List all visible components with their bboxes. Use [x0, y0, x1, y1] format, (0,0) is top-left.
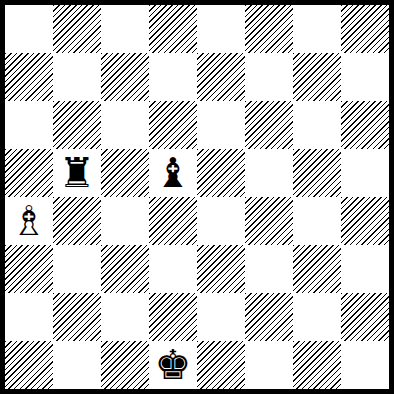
chess-board-frame: ♜♝♗♚ [0, 0, 394, 394]
square-f5[interactable] [245, 149, 293, 197]
square-a1[interactable] [5, 341, 53, 389]
square-h4[interactable] [341, 197, 389, 245]
square-d3[interactable] [149, 245, 197, 293]
piece-black-bishop[interactable]: ♝ [155, 149, 192, 197]
square-g4[interactable] [293, 197, 341, 245]
square-g3[interactable] [293, 245, 341, 293]
square-b4[interactable] [53, 197, 101, 245]
square-h7[interactable] [341, 53, 389, 101]
square-f7[interactable] [245, 53, 293, 101]
square-h6[interactable] [341, 101, 389, 149]
square-a4[interactable]: ♗ [5, 197, 53, 245]
square-e1[interactable] [197, 341, 245, 389]
square-f2[interactable] [245, 293, 293, 341]
square-d5[interactable]: ♝ [149, 149, 197, 197]
square-f3[interactable] [245, 245, 293, 293]
square-c5[interactable] [101, 149, 149, 197]
square-d8[interactable] [149, 5, 197, 53]
piece-black-king[interactable]: ♚ [155, 341, 192, 389]
square-g2[interactable] [293, 293, 341, 341]
square-g8[interactable] [293, 5, 341, 53]
square-b3[interactable] [53, 245, 101, 293]
square-d7[interactable] [149, 53, 197, 101]
square-d2[interactable] [149, 293, 197, 341]
chess-board: ♜♝♗♚ [5, 5, 389, 389]
square-g7[interactable] [293, 53, 341, 101]
square-e2[interactable] [197, 293, 245, 341]
square-g6[interactable] [293, 101, 341, 149]
square-c7[interactable] [101, 53, 149, 101]
square-a8[interactable] [5, 5, 53, 53]
square-e3[interactable] [197, 245, 245, 293]
square-b2[interactable] [53, 293, 101, 341]
square-c8[interactable] [101, 5, 149, 53]
square-a2[interactable] [5, 293, 53, 341]
square-g5[interactable] [293, 149, 341, 197]
square-b5[interactable]: ♜ [53, 149, 101, 197]
square-f6[interactable] [245, 101, 293, 149]
square-c3[interactable] [101, 245, 149, 293]
square-e7[interactable] [197, 53, 245, 101]
piece-black-rook[interactable]: ♜ [59, 149, 96, 197]
square-c6[interactable] [101, 101, 149, 149]
square-f1[interactable] [245, 341, 293, 389]
square-b8[interactable] [53, 5, 101, 53]
square-g1[interactable] [293, 341, 341, 389]
square-h3[interactable] [341, 245, 389, 293]
square-c1[interactable] [101, 341, 149, 389]
square-h5[interactable] [341, 149, 389, 197]
square-c2[interactable] [101, 293, 149, 341]
square-f4[interactable] [245, 197, 293, 245]
piece-white-bishop[interactable]: ♗ [11, 197, 48, 245]
square-a7[interactable] [5, 53, 53, 101]
square-b1[interactable] [53, 341, 101, 389]
square-e6[interactable] [197, 101, 245, 149]
square-b6[interactable] [53, 101, 101, 149]
square-h1[interactable] [341, 341, 389, 389]
square-e4[interactable] [197, 197, 245, 245]
square-b7[interactable] [53, 53, 101, 101]
square-a5[interactable] [5, 149, 53, 197]
square-f8[interactable] [245, 5, 293, 53]
square-c4[interactable] [101, 197, 149, 245]
square-h8[interactable] [341, 5, 389, 53]
square-d4[interactable] [149, 197, 197, 245]
square-d6[interactable] [149, 101, 197, 149]
square-h2[interactable] [341, 293, 389, 341]
square-e5[interactable] [197, 149, 245, 197]
square-e8[interactable] [197, 5, 245, 53]
square-a3[interactable] [5, 245, 53, 293]
square-d1[interactable]: ♚ [149, 341, 197, 389]
square-a6[interactable] [5, 101, 53, 149]
